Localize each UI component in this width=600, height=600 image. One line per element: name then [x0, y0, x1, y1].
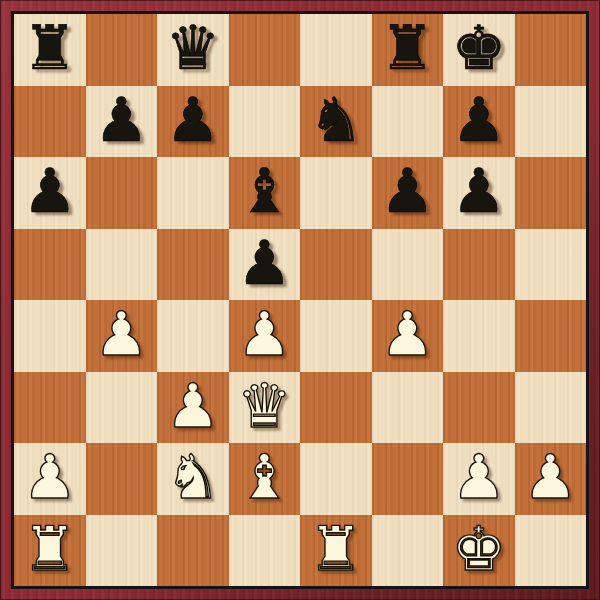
square-d1[interactable] [229, 515, 301, 587]
piece-black-pawn[interactable]: ♟ [451, 160, 506, 221]
square-d6[interactable]: ♝ [229, 157, 301, 229]
square-h4[interactable] [515, 300, 587, 372]
piece-black-queen[interactable]: ♛ [165, 17, 220, 78]
piece-white-pawn[interactable]: ♟ [22, 446, 77, 507]
square-e1[interactable]: ♜ [300, 515, 372, 587]
square-d5[interactable]: ♟ [229, 229, 301, 301]
square-e7[interactable]: ♞ [300, 86, 372, 158]
square-b1[interactable] [86, 515, 158, 587]
square-h6[interactable] [515, 157, 587, 229]
square-f4[interactable]: ♟ [372, 300, 444, 372]
piece-white-pawn[interactable]: ♟ [451, 446, 506, 507]
square-h2[interactable]: ♟ [515, 443, 587, 515]
square-d7[interactable] [229, 86, 301, 158]
square-e5[interactable] [300, 229, 372, 301]
square-a6[interactable]: ♟ [14, 157, 86, 229]
square-e6[interactable] [300, 157, 372, 229]
square-c2[interactable]: ♞ [157, 443, 229, 515]
piece-white-pawn[interactable]: ♟ [94, 303, 149, 364]
square-c4[interactable] [157, 300, 229, 372]
piece-white-pawn[interactable]: ♟ [165, 375, 220, 436]
piece-white-knight[interactable]: ♞ [165, 446, 220, 507]
square-h3[interactable] [515, 372, 587, 444]
square-d3[interactable]: ♛ [229, 372, 301, 444]
square-b3[interactable] [86, 372, 158, 444]
square-f7[interactable] [372, 86, 444, 158]
square-d2[interactable]: ♝ [229, 443, 301, 515]
square-a5[interactable] [14, 229, 86, 301]
square-a8[interactable]: ♜ [14, 14, 86, 86]
square-h8[interactable] [515, 14, 587, 86]
square-b5[interactable] [86, 229, 158, 301]
piece-white-king[interactable]: ♚ [451, 518, 506, 579]
square-f2[interactable] [372, 443, 444, 515]
piece-white-pawn[interactable]: ♟ [237, 303, 292, 364]
piece-black-bishop[interactable]: ♝ [237, 160, 292, 221]
piece-black-king[interactable]: ♚ [451, 17, 506, 78]
square-g4[interactable] [443, 300, 515, 372]
piece-white-rook[interactable]: ♜ [308, 518, 363, 579]
square-c7[interactable]: ♟ [157, 86, 229, 158]
square-c8[interactable]: ♛ [157, 14, 229, 86]
piece-black-pawn[interactable]: ♟ [380, 160, 435, 221]
piece-black-rook[interactable]: ♜ [22, 17, 77, 78]
piece-black-pawn[interactable]: ♟ [22, 160, 77, 221]
piece-white-bishop[interactable]: ♝ [237, 446, 292, 507]
square-h7[interactable] [515, 86, 587, 158]
piece-black-pawn[interactable]: ♟ [165, 89, 220, 150]
square-g8[interactable]: ♚ [443, 14, 515, 86]
square-e3[interactable] [300, 372, 372, 444]
square-h5[interactable] [515, 229, 587, 301]
square-b8[interactable] [86, 14, 158, 86]
square-c1[interactable] [157, 515, 229, 587]
square-c6[interactable] [157, 157, 229, 229]
piece-white-queen[interactable]: ♛ [237, 375, 292, 436]
square-c3[interactable]: ♟ [157, 372, 229, 444]
square-f1[interactable] [372, 515, 444, 587]
square-a3[interactable] [14, 372, 86, 444]
square-h1[interactable] [515, 515, 587, 587]
square-f6[interactable]: ♟ [372, 157, 444, 229]
square-e2[interactable] [300, 443, 372, 515]
piece-black-knight[interactable]: ♞ [308, 89, 363, 150]
square-b4[interactable]: ♟ [86, 300, 158, 372]
square-e4[interactable] [300, 300, 372, 372]
square-c5[interactable] [157, 229, 229, 301]
piece-black-pawn[interactable]: ♟ [237, 232, 292, 293]
piece-black-rook[interactable]: ♜ [380, 17, 435, 78]
piece-black-pawn[interactable]: ♟ [451, 89, 506, 150]
square-b6[interactable] [86, 157, 158, 229]
piece-white-pawn[interactable]: ♟ [523, 446, 578, 507]
square-a1[interactable]: ♜ [14, 515, 86, 587]
square-b2[interactable] [86, 443, 158, 515]
square-g7[interactable]: ♟ [443, 86, 515, 158]
square-d4[interactable]: ♟ [229, 300, 301, 372]
chess-board: ♜♛♜♚♟♟♞♟♟♝♟♟♟♟♟♟♟♛♟♞♝♟♟♜♜♚ [11, 11, 589, 589]
square-a2[interactable]: ♟ [14, 443, 86, 515]
square-g3[interactable] [443, 372, 515, 444]
square-f5[interactable] [372, 229, 444, 301]
square-e8[interactable] [300, 14, 372, 86]
square-f8[interactable]: ♜ [372, 14, 444, 86]
square-g5[interactable] [443, 229, 515, 301]
board-frame: ♜♛♜♚♟♟♞♟♟♝♟♟♟♟♟♟♟♛♟♞♝♟♟♜♜♚ [0, 0, 600, 600]
piece-black-pawn[interactable]: ♟ [94, 89, 149, 150]
square-a7[interactable] [14, 86, 86, 158]
square-f3[interactable] [372, 372, 444, 444]
piece-white-pawn[interactable]: ♟ [380, 303, 435, 364]
square-g2[interactable]: ♟ [443, 443, 515, 515]
square-a4[interactable] [14, 300, 86, 372]
square-g6[interactable]: ♟ [443, 157, 515, 229]
square-d8[interactable] [229, 14, 301, 86]
square-g1[interactable]: ♚ [443, 515, 515, 587]
piece-white-rook[interactable]: ♜ [22, 518, 77, 579]
square-b7[interactable]: ♟ [86, 86, 158, 158]
